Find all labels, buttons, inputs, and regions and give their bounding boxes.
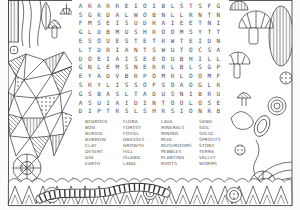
grid-cell-r1c3[interactable]: A: [94, 1, 103, 10]
grid-cell-r11c13[interactable]: I: [186, 89, 195, 98]
grid-cell-r2c12[interactable]: L: [177, 10, 186, 19]
grid-cell-r5c7[interactable]: T: [131, 36, 140, 45]
grid-cell-r4c6[interactable]: U: [122, 27, 131, 36]
grid-cell-r1c8[interactable]: O: [140, 1, 149, 10]
grid-cell-r5c1[interactable]: E: [76, 36, 85, 45]
grid-cell-r11c10[interactable]: U: [159, 89, 168, 98]
grid-cell-r3c15[interactable]: N: [205, 19, 214, 28]
grid-cell-r9c8[interactable]: P: [140, 71, 149, 80]
grid-cell-r4c1[interactable]: G: [76, 27, 85, 36]
grid-cell-r9c10[interactable]: M: [159, 71, 168, 80]
grid-cell-r13c14[interactable]: N: [195, 107, 204, 116]
grid-cell-r12c16[interactable]: E: [214, 98, 223, 107]
grid-cell-r13c4[interactable]: T: [104, 107, 113, 116]
grid-cell-r5c8[interactable]: E: [140, 36, 149, 45]
grid-cell-r4c7[interactable]: S: [131, 27, 140, 36]
grid-cell-r7c15[interactable]: L: [205, 54, 214, 63]
grid-cell-r7c9[interactable]: E: [150, 54, 159, 63]
grid-cell-r2c8[interactable]: O: [140, 10, 149, 19]
grid-cell-r5c14[interactable]: I: [195, 36, 204, 45]
grid-cell-r10c1[interactable]: S: [76, 80, 85, 89]
grid-cell-r2c1[interactable]: S: [76, 10, 85, 19]
grid-cell-r2c15[interactable]: T: [205, 10, 214, 19]
grid-cell-r5c9[interactable]: T: [150, 36, 159, 45]
grid-cell-r8c5[interactable]: M: [113, 63, 122, 72]
word-list-column: BEDROCKBOGBURIEDBURROWCLAYDESERTDIGEARTH: [85, 119, 123, 167]
grid-cell-r1c7[interactable]: I: [131, 1, 140, 10]
grid-cell-r5c5[interactable]: E: [113, 36, 122, 45]
dotted-circle: [10, 46, 18, 54]
grid-cell-r12c7[interactable]: D: [131, 98, 140, 107]
word-item: LAND: [123, 161, 161, 167]
grid-cell-r7c8[interactable]: E: [140, 54, 149, 63]
grid-cell-r8c4[interactable]: E: [104, 63, 113, 72]
grid-cell-r7c16[interactable]: L: [214, 54, 223, 63]
grid-cell-r8c8[interactable]: E: [140, 63, 149, 72]
grid-cell-r10c4[interactable]: L: [104, 80, 113, 89]
grid-cell-r1c15[interactable]: F: [205, 1, 214, 10]
grid-cell-r1c5[interactable]: R: [113, 1, 122, 10]
grid-cell-r2c6[interactable]: L: [122, 10, 131, 19]
grid-cell-r6c15[interactable]: S: [205, 45, 214, 54]
grid-cell-r12c2[interactable]: S: [85, 98, 94, 107]
grid-cell-r10c8[interactable]: O: [140, 80, 149, 89]
grid-cell-r5c13[interactable]: E: [186, 36, 195, 45]
grid-cell-r5c12[interactable]: T: [177, 36, 186, 45]
grid-cell-r8c14[interactable]: S: [195, 63, 204, 72]
grid-cell-r2c7[interactable]: W: [131, 10, 140, 19]
grid-cell-r7c3[interactable]: E: [94, 54, 103, 63]
grid-cell-r10c10[interactable]: S: [159, 80, 168, 89]
grid-cell-r10c2[interactable]: R: [85, 80, 94, 89]
grid-cell-r4c9[interactable]: R: [150, 27, 159, 36]
grid-cell-r4c16[interactable]: T: [214, 27, 223, 36]
grid-cell-r13c13[interactable]: O: [186, 107, 195, 116]
grid-cell-r11c16[interactable]: U: [214, 89, 223, 98]
grid-cell-r6c5[interactable]: I: [113, 45, 122, 54]
grid-cell-r3c9[interactable]: R: [150, 19, 159, 28]
grid-cell-r13c1[interactable]: D: [76, 107, 85, 116]
grid-cell-r2c9[interactable]: B: [150, 10, 159, 19]
grid-cell-r10c3[interactable]: Y: [94, 80, 103, 89]
grid-cell-r4c5[interactable]: M: [113, 27, 122, 36]
grid-cell-r5c16[interactable]: N: [214, 36, 223, 45]
grid-cell-r11c6[interactable]: L: [122, 89, 131, 98]
grid-cell-r12c6[interactable]: I: [122, 98, 131, 107]
grid-cell-r8c7[interactable]: N: [131, 63, 140, 72]
word-item: WORMS: [199, 161, 237, 167]
grid-cell-r6c9[interactable]: S: [150, 45, 159, 54]
grid-cell-r10c15[interactable]: L: [205, 80, 214, 89]
grid-cell-r1c16[interactable]: G: [214, 1, 223, 10]
grid-cell-r7c6[interactable]: I: [122, 54, 131, 63]
grid-cell-r5c4[interactable]: U: [104, 36, 113, 45]
grid-cell-r13c5[interactable]: R: [113, 107, 122, 116]
grid-cell-r1c1[interactable]: A: [76, 1, 85, 10]
grid-cell-r3c6[interactable]: S: [122, 19, 131, 28]
grid-cell-r12c5[interactable]: A: [113, 98, 122, 107]
grid-cell-r10c11[interactable]: O: [168, 80, 177, 89]
grid-cell-r9c6[interactable]: B: [122, 71, 131, 80]
grid-cell-r9c13[interactable]: O: [186, 71, 195, 80]
grid-cell-r7c14[interactable]: I: [195, 54, 204, 63]
grid-cell-r10c5[interactable]: I: [113, 80, 122, 89]
grid-cell-r9c2[interactable]: Y: [85, 71, 94, 80]
grid-cell-r7c10[interactable]: O: [159, 54, 168, 63]
grid-cell-r4c8[interactable]: H: [140, 27, 149, 36]
word-list-column: SANDSOILSOLIDSPROUTSSTONYTERRAVALLEYWORM…: [199, 119, 237, 167]
grid-cell-r8c10[interactable]: R: [159, 63, 168, 72]
grid-cell-r2c2[interactable]: G: [85, 10, 94, 19]
grid-cell-r11c1[interactable]: G: [76, 89, 85, 98]
word-list-column: LAVAMINERALSMININGMUDMUSHROOMSPEBBLESPLA…: [161, 119, 199, 167]
grid-cell-r6c1[interactable]: L: [76, 45, 85, 54]
grid-cell-r11c4[interactable]: A: [104, 89, 113, 98]
grid-cell-r9c5[interactable]: V: [113, 71, 122, 80]
grid-cell-r8c11[interactable]: L: [168, 63, 177, 72]
grid-cell-r4c12[interactable]: M: [177, 27, 186, 36]
grid-cell-r12c3[interactable]: U: [94, 98, 103, 107]
grid-cell-r4c13[interactable]: S: [186, 27, 195, 36]
grid-cell-r1c10[interactable]: B: [159, 1, 168, 10]
grid-cell-r11c14[interactable]: B: [195, 89, 204, 98]
striped-gourd-icon: [269, 6, 293, 66]
grid-cell-r9c4[interactable]: D: [104, 71, 113, 80]
grid-cell-r5c10[interactable]: R: [159, 36, 168, 45]
grid-cell-r2c4[interactable]: D: [104, 10, 113, 19]
grid-cell-r6c6[interactable]: A: [122, 45, 131, 54]
grid-cell-r10c9[interactable]: F: [150, 80, 159, 89]
grid-cell-r6c12[interactable]: T: [177, 45, 186, 54]
grid-cell-r8c16[interactable]: P: [214, 63, 223, 72]
grid-cell-r2c3[interactable]: R: [94, 10, 103, 19]
grid-cell-r8c13[interactable]: L: [186, 63, 195, 72]
grid-cell-r3c14[interactable]: T: [195, 19, 204, 28]
grid-cell-r12c1[interactable]: A: [76, 98, 85, 107]
grid-cell-r6c3[interactable]: D: [94, 45, 103, 54]
grid-cell-r9c16[interactable]: F: [214, 71, 223, 80]
grid-cell-r11c7[interactable]: T: [131, 89, 140, 98]
grid-cell-r1c14[interactable]: S: [195, 1, 204, 10]
grid-cell-r3c3[interactable]: S: [94, 19, 103, 28]
word-search-grid[interactable]: ARARREIOIBLSTSFGSGRDALWOBNLLRNTNFMSEISUD…: [76, 1, 223, 115]
grid-cell-r6c2[interactable]: T: [85, 45, 94, 54]
grid-cell-r12c4[interactable]: I: [104, 98, 113, 107]
grid-cell-r3c11[interactable]: I: [168, 19, 177, 28]
grid-cell-r5c2[interactable]: S: [85, 36, 94, 45]
grid-cell-r2c14[interactable]: N: [195, 10, 204, 19]
grid-cell-r3c5[interactable]: I: [113, 19, 122, 28]
grid-cell-r12c15[interactable]: S: [205, 98, 214, 107]
grid-cell-r11c8[interactable]: A: [140, 89, 149, 98]
grid-cell-r5c15[interactable]: D: [205, 36, 214, 45]
grid-cell-r4c10[interactable]: O: [159, 27, 168, 36]
grid-cell-r9c11[interactable]: R: [168, 71, 177, 80]
grid-cell-r7c13[interactable]: H: [186, 54, 195, 63]
grid-cell-r9c15[interactable]: M: [205, 71, 214, 80]
grid-cell-r3c16[interactable]: I: [214, 19, 223, 28]
grid-cell-r9c12[interactable]: L: [177, 71, 186, 80]
grid-cell-r9c9[interactable]: O: [150, 71, 159, 80]
grid-cell-r13c8[interactable]: S: [140, 107, 149, 116]
grid-cell-r11c3[interactable]: B: [94, 89, 103, 98]
grid-cell-r12c12[interactable]: O: [177, 98, 186, 107]
grid-cell-r6c10[interactable]: W: [159, 45, 168, 54]
grid-cell-r2c13[interactable]: R: [186, 10, 195, 19]
puzzle-panel: ARARREIOIBLSTSFGSGRDALWOBNLLRNTNFMSEISUD…: [72, 0, 229, 177]
grid-cell-r4c2[interactable]: L: [85, 27, 94, 36]
grid-cell-r4c15[interactable]: T: [205, 27, 214, 36]
grid-cell-r6c16[interactable]: A: [214, 45, 223, 54]
grid-cell-r13c7[interactable]: L: [131, 107, 140, 116]
grid-cell-r13c15[interactable]: R: [205, 107, 214, 116]
grid-cell-r3c13[interactable]: E: [186, 19, 195, 28]
grid-cell-r2c10[interactable]: N: [159, 10, 168, 19]
grid-cell-r13c11[interactable]: S: [168, 107, 177, 116]
grid-cell-r13c12[interactable]: I: [177, 107, 186, 116]
grid-cell-r10c6[interactable]: S: [122, 80, 131, 89]
grid-cell-r7c7[interactable]: S: [131, 54, 140, 63]
grid-cell-r4c3[interactable]: D: [94, 27, 103, 36]
grid-cell-r9c1[interactable]: E: [76, 71, 85, 80]
grid-cell-r13c6[interactable]: S: [122, 107, 131, 116]
grid-cell-r7c12[interactable]: B: [177, 54, 186, 63]
grid-cell-r6c14[interactable]: C: [195, 45, 204, 54]
grid-cell-r4c14[interactable]: Y: [195, 27, 204, 36]
grid-cell-r13c16[interactable]: B: [214, 107, 223, 116]
grid-cell-r10c16[interactable]: R: [214, 80, 223, 89]
grid-cell-r12c14[interactable]: O: [195, 98, 204, 107]
grid-cell-r8c1[interactable]: G: [76, 63, 85, 72]
word-item: ROOTS: [161, 161, 199, 167]
grid-cell-r13c10[interactable]: R: [159, 107, 168, 116]
grid-cell-r7c2[interactable]: O: [85, 54, 94, 63]
grid-cell-r1c4[interactable]: R: [104, 1, 113, 10]
word-list-column: FLORAFORESTFOSSILGRASSESGROWTHHILLISLAND…: [123, 119, 161, 167]
word-item: EARTH: [85, 161, 123, 167]
grid-cell-r12c8[interactable]: I: [140, 98, 149, 107]
grid-cell-r10c13[interactable]: O: [186, 80, 195, 89]
grid-cell-r6c8[interactable]: T: [140, 45, 149, 54]
decor-bottom-band: [8, 179, 292, 206]
grid-cell-r12c11[interactable]: O: [168, 98, 177, 107]
grid-cell-r2c5[interactable]: A: [113, 10, 122, 19]
grid-cell-r3c10[interactable]: A: [159, 19, 168, 28]
grid-cell-r11c11[interactable]: S: [168, 89, 177, 98]
grid-cell-r3c2[interactable]: M: [85, 19, 94, 28]
grid-cell-r1c12[interactable]: S: [177, 1, 186, 10]
grid-cell-r6c13[interactable]: O: [186, 45, 195, 54]
grid-cell-r11c15[interactable]: R: [205, 89, 214, 98]
grid-cell-r5c6[interactable]: S: [122, 36, 131, 45]
grid-cell-r8c3[interactable]: L: [94, 63, 103, 72]
dotted-circle: [280, 72, 292, 84]
grid-cell-r8c6[interactable]: S: [122, 63, 131, 72]
grid-cell-r1c2[interactable]: R: [85, 1, 94, 10]
grid-cell-r12c13[interactable]: L: [186, 98, 195, 107]
grid-cell-r8c15[interactable]: G: [205, 63, 214, 72]
grid-cell-r11c2[interactable]: S: [85, 89, 94, 98]
grid-cell-r13c9[interactable]: H: [150, 107, 159, 116]
word-list: BEDROCKBOGBURIEDBURROWCLAYDESERTDIGEARTH…: [85, 119, 237, 167]
grid-cell-r8c2[interactable]: N: [85, 63, 94, 72]
grid-cell-r12c10[interactable]: T: [159, 98, 168, 107]
grid-cell-r3c1[interactable]: F: [76, 19, 85, 28]
striped-strip: [8, 0, 18, 42]
grid-cell-r10c12[interactable]: A: [177, 80, 186, 89]
grid-cell-r7c5[interactable]: A: [113, 54, 122, 63]
grid-cell-r10c14[interactable]: G: [195, 80, 204, 89]
flower-icon: [13, 154, 41, 182]
grid-cell-r11c12[interactable]: N: [177, 89, 186, 98]
grid-cell-r6c11[interactable]: U: [168, 45, 177, 54]
grid-cell-r6c4[interactable]: R: [104, 45, 113, 54]
grid-cell-r7c11[interactable]: U: [168, 54, 177, 63]
grid-cell-r5c11[interactable]: W: [168, 36, 177, 45]
grid-cell-r11c5[interactable]: S: [113, 89, 122, 98]
grid-cell-r5c3[interactable]: O: [94, 36, 103, 45]
grid-cell-r2c11[interactable]: L: [168, 10, 177, 19]
grid-cell-r1c13[interactable]: T: [186, 1, 195, 10]
grid-cell-r7c1[interactable]: D: [76, 54, 85, 63]
grid-cell-r13c3[interactable]: P: [94, 107, 103, 116]
grid-cell-r13c2[interactable]: I: [85, 107, 94, 116]
grid-cell-r2c16[interactable]: N: [214, 10, 223, 19]
grid-cell-r9c14[interactable]: O: [195, 71, 204, 80]
grid-cell-r8c12[interactable]: B: [177, 63, 186, 72]
grid-cell-r3c4[interactable]: E: [104, 19, 113, 28]
grid-cell-r12c9[interactable]: N: [150, 98, 159, 107]
grid-cell-r7c4[interactable]: I: [104, 54, 113, 63]
grid-cell-r3c12[interactable]: E: [177, 19, 186, 28]
grid-cell-r11c9[interactable]: D: [150, 89, 159, 98]
grid-cell-r3c8[interactable]: D: [140, 19, 149, 28]
grid-cell-r1c11[interactable]: L: [168, 1, 177, 10]
grid-cell-r10c7[interactable]: S: [131, 80, 140, 89]
grid-cell-r6c7[interactable]: N: [131, 45, 140, 54]
grid-cell-r4c4[interactable]: B: [104, 27, 113, 36]
grid-cell-r1c9[interactable]: I: [150, 1, 159, 10]
grid-cell-r3c7[interactable]: U: [131, 19, 140, 28]
grid-cell-r9c3[interactable]: A: [94, 71, 103, 80]
grid-cell-r9c7[interactable]: R: [131, 71, 140, 80]
grid-cell-r1c6[interactable]: E: [122, 1, 131, 10]
grid-cell-r8c9[interactable]: R: [150, 63, 159, 72]
grid-cell-r4c11[interactable]: O: [168, 27, 177, 36]
